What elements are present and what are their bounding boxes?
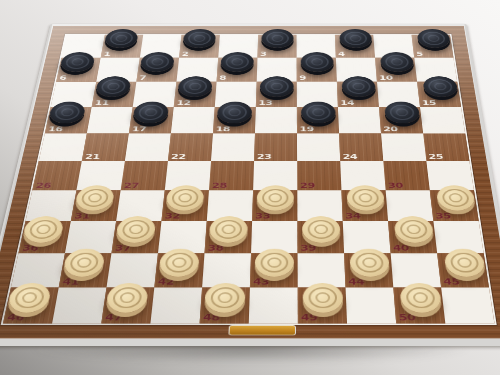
white-man-piece[interactable] [165, 185, 204, 210]
square-number: 11 [94, 99, 109, 106]
square-18[interactable]: 18 [213, 107, 256, 133]
square-number: 19 [299, 125, 313, 132]
photo-backdrop: 1234567891011121314151617181920212223242… [0, 0, 500, 375]
square-number: 23 [257, 153, 272, 160]
white-man-piece[interactable] [399, 283, 442, 313]
square-number: 47 [104, 312, 122, 322]
light-square [420, 107, 465, 133]
square-number: 26 [35, 181, 52, 189]
square-36[interactable]: 36 [18, 221, 70, 253]
square-number: 7 [139, 74, 147, 80]
square-46[interactable]: 46 [3, 287, 59, 323]
square-number: 38 [207, 243, 223, 252]
light-square [125, 133, 171, 161]
square-number: 30 [388, 181, 404, 189]
square-48[interactable]: 48 [200, 287, 250, 323]
white-man-piece[interactable] [435, 185, 475, 210]
light-square [87, 107, 133, 133]
square-14[interactable]: 14 [337, 82, 379, 107]
square-number: 22 [171, 153, 186, 160]
brand-plaque [228, 325, 296, 335]
square-number: 4 [338, 51, 345, 57]
square-31[interactable]: 31 [71, 190, 121, 221]
square-45[interactable]: 45 [437, 253, 489, 287]
square-number: 35 [435, 212, 451, 220]
square-7[interactable]: 7 [136, 58, 179, 82]
white-man-piece[interactable] [74, 185, 115, 210]
square-number: 13 [258, 99, 272, 106]
square-number: 31 [74, 212, 91, 220]
white-man-piece[interactable] [443, 248, 486, 276]
square-number: 9 [299, 74, 306, 80]
square-number: 46 [6, 312, 25, 322]
square-16[interactable]: 16 [45, 107, 92, 133]
white-man-piece[interactable] [302, 283, 343, 313]
black-man-piece[interactable] [383, 101, 419, 123]
square-number: 5 [416, 51, 423, 57]
white-man-piece[interactable] [158, 248, 200, 276]
light-square [381, 133, 426, 161]
square-number: 18 [216, 125, 231, 132]
square-number: 37 [114, 243, 131, 252]
square-6[interactable]: 6 [56, 58, 101, 82]
square-4[interactable]: 4 [335, 35, 375, 58]
square-number: 49 [301, 312, 318, 322]
square-number: 8 [219, 74, 226, 80]
square-17[interactable]: 17 [129, 107, 174, 133]
square-44[interactable]: 44 [344, 253, 393, 287]
white-man-piece[interactable] [6, 283, 52, 313]
square-number: 28 [212, 181, 228, 189]
black-man-piece[interactable] [220, 52, 254, 72]
black-man-piece[interactable] [416, 29, 451, 48]
square-number: 25 [428, 153, 444, 160]
light-square [297, 133, 340, 161]
light-square [338, 107, 381, 133]
light-square [150, 287, 202, 323]
square-number: 48 [203, 312, 220, 322]
square-37[interactable]: 37 [111, 221, 161, 253]
square-number: 43 [253, 277, 269, 286]
square-34[interactable]: 34 [341, 190, 388, 221]
light-square [211, 133, 255, 161]
black-man-piece[interactable] [379, 52, 414, 72]
square-number: 32 [164, 212, 180, 220]
square-1[interactable]: 1 [101, 35, 144, 58]
light-square [346, 287, 397, 323]
square-number: 44 [348, 277, 365, 286]
square-13[interactable]: 13 [256, 82, 297, 107]
square-number: 2 [182, 51, 189, 57]
square-3[interactable]: 3 [257, 35, 296, 58]
board-grid: 1234567891011121314151617181920212223242… [1, 34, 497, 325]
white-man-piece[interactable] [105, 283, 149, 313]
square-29[interactable]: 29 [297, 161, 341, 190]
square-number: 34 [345, 212, 361, 220]
square-24[interactable]: 24 [339, 133, 383, 161]
square-22[interactable]: 22 [168, 133, 213, 161]
square-32[interactable]: 32 [161, 190, 208, 221]
light-square [441, 287, 494, 323]
square-number: 16 [48, 125, 64, 132]
square-43[interactable]: 43 [250, 253, 298, 287]
square-number: 27 [123, 181, 139, 189]
draughts-board: 1234567891011121314151617181920212223242… [0, 24, 500, 346]
square-number: 41 [62, 277, 80, 286]
black-man-piece[interactable] [300, 52, 333, 72]
square-number: 14 [340, 99, 354, 106]
white-man-piece[interactable] [302, 216, 341, 243]
square-number: 40 [393, 243, 410, 252]
square-number: 3 [260, 51, 267, 57]
black-man-piece[interactable] [259, 76, 293, 97]
black-man-piece[interactable] [261, 29, 293, 48]
square-8[interactable]: 8 [217, 58, 258, 82]
black-man-piece[interactable] [139, 52, 174, 72]
square-15[interactable]: 15 [417, 82, 461, 107]
square-35[interactable]: 35 [430, 190, 479, 221]
square-5[interactable]: 5 [412, 35, 454, 58]
square-number: 15 [422, 99, 437, 106]
square-33[interactable]: 33 [252, 190, 297, 221]
light-square [249, 287, 298, 323]
square-number: 42 [157, 277, 174, 286]
square-number: 6 [59, 74, 67, 80]
square-26[interactable]: 26 [32, 161, 81, 190]
square-42[interactable]: 42 [154, 253, 204, 287]
black-man-piece[interactable] [103, 29, 138, 48]
square-number: 12 [176, 99, 191, 106]
white-man-piece[interactable] [254, 248, 293, 276]
square-41[interactable]: 41 [59, 253, 112, 287]
square-21[interactable]: 21 [82, 133, 129, 161]
square-number: 20 [383, 125, 398, 132]
light-square [52, 287, 106, 323]
white-man-piece[interactable] [346, 185, 385, 210]
square-12[interactable]: 12 [174, 82, 217, 107]
square-number: 29 [300, 181, 315, 189]
square-25[interactable]: 25 [423, 133, 469, 161]
square-23[interactable]: 23 [254, 133, 297, 161]
white-man-piece[interactable] [208, 216, 247, 243]
square-49[interactable]: 49 [298, 287, 347, 323]
square-number: 24 [342, 153, 357, 160]
black-man-piece[interactable] [182, 29, 216, 48]
black-man-piece[interactable] [132, 101, 169, 123]
square-number: 17 [132, 125, 147, 132]
light-square [39, 133, 87, 161]
black-man-piece[interactable] [341, 76, 376, 97]
square-number: 36 [21, 243, 39, 252]
square-number: 33 [255, 212, 271, 220]
square-27[interactable]: 27 [121, 161, 168, 190]
white-man-piece[interactable] [115, 216, 156, 243]
square-number: 10 [379, 74, 393, 80]
white-man-piece[interactable] [204, 283, 246, 313]
square-38[interactable]: 38 [205, 221, 253, 253]
square-50[interactable]: 50 [393, 287, 445, 323]
square-number: 1 [103, 51, 111, 57]
square-10[interactable]: 10 [375, 58, 417, 82]
square-number: 21 [85, 153, 101, 160]
square-20[interactable]: 20 [379, 107, 423, 133]
light-square [255, 107, 297, 133]
square-number: 39 [300, 243, 316, 252]
square-47[interactable]: 47 [101, 287, 154, 323]
black-man-piece[interactable] [301, 101, 336, 123]
light-square [171, 107, 215, 133]
square-2[interactable]: 2 [179, 35, 220, 58]
black-man-piece[interactable] [339, 29, 372, 48]
square-number: 50 [398, 312, 416, 322]
black-man-piece[interactable] [177, 76, 212, 97]
black-man-piece[interactable] [94, 76, 131, 97]
square-9[interactable]: 9 [297, 58, 337, 82]
white-man-piece[interactable] [256, 185, 293, 210]
black-man-piece[interactable] [216, 101, 251, 123]
square-40[interactable]: 40 [388, 221, 437, 253]
square-28[interactable]: 28 [209, 161, 254, 190]
square-39[interactable]: 39 [297, 221, 344, 253]
white-man-piece[interactable] [349, 248, 390, 276]
white-man-piece[interactable] [62, 248, 106, 276]
square-number: 45 [443, 277, 460, 286]
square-30[interactable]: 30 [383, 161, 429, 190]
square-19[interactable]: 19 [297, 107, 339, 133]
square-11[interactable]: 11 [92, 82, 137, 107]
